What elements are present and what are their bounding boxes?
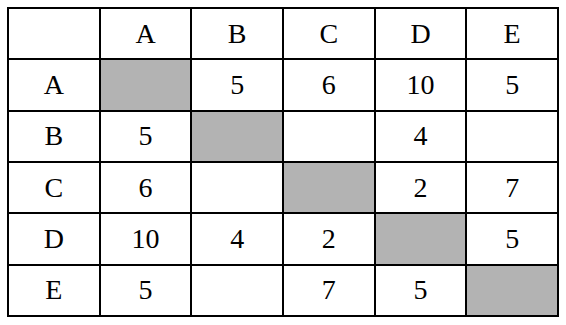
- row-header-B: B: [9, 112, 99, 161]
- col-header-C: C: [284, 9, 374, 58]
- col-header-E: E: [467, 9, 557, 58]
- cell-E-E-blocked: [467, 266, 557, 315]
- cell-E-C: 7: [284, 266, 374, 315]
- cell-D-B: 4: [192, 214, 282, 263]
- cell-E-D: 5: [376, 266, 466, 315]
- cell-C-E: 7: [467, 163, 557, 212]
- cell-B-C: [284, 112, 374, 161]
- cell-B-B-blocked: [192, 112, 282, 161]
- row-header-D: D: [9, 214, 99, 263]
- cell-D-D-blocked: [376, 214, 466, 263]
- col-header-A: A: [101, 9, 191, 58]
- row-header-E: E: [9, 266, 99, 315]
- cell-B-A: 5: [101, 112, 191, 161]
- cell-A-E: 5: [467, 60, 557, 109]
- cell-C-D: 2: [376, 163, 466, 212]
- col-header-D: D: [376, 9, 466, 58]
- cell-C-C-blocked: [284, 163, 374, 212]
- cell-D-A: 10: [101, 214, 191, 263]
- cell-D-C: 2: [284, 214, 374, 263]
- cell-B-E: [467, 112, 557, 161]
- distance-table: A B C D E A 5 6 10 5 B 5 4 C 6 2 7 D 10 …: [7, 7, 559, 317]
- cell-A-C: 6: [284, 60, 374, 109]
- cell-B-D: 4: [376, 112, 466, 161]
- cell-A-D: 10: [376, 60, 466, 109]
- row-header-C: C: [9, 163, 99, 212]
- cell-A-A-blocked: [101, 60, 191, 109]
- cell-E-B: [192, 266, 282, 315]
- cell-A-B: 5: [192, 60, 282, 109]
- cell-E-A: 5: [101, 266, 191, 315]
- cell-C-B: [192, 163, 282, 212]
- corner-cell: [9, 9, 99, 58]
- col-header-B: B: [192, 9, 282, 58]
- cell-D-E: 5: [467, 214, 557, 263]
- row-header-A: A: [9, 60, 99, 109]
- cell-C-A: 6: [101, 163, 191, 212]
